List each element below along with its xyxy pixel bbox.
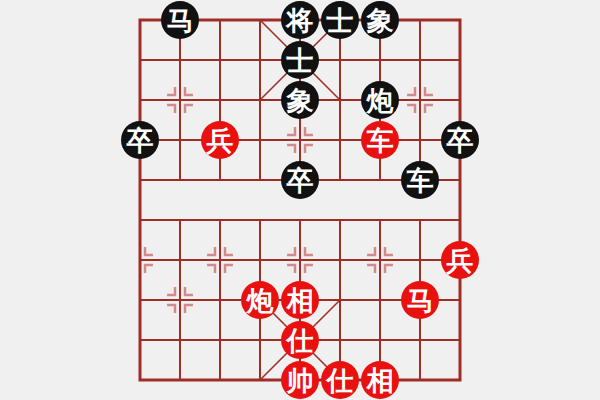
piece-black-elephant[interactable]: 象 [281,81,319,119]
piece-black-horse[interactable]: 马 [161,1,199,39]
piece-black-soldier[interactable]: 卒 [441,121,479,159]
piece-red-advisor[interactable]: 仕 [281,321,319,359]
piece-red-horse[interactable]: 马 [401,281,439,319]
piece-black-advisor[interactable]: 士 [321,1,359,39]
piece-black-elephant[interactable]: 象 [361,1,399,39]
piece-black-cannon[interactable]: 炮 [361,81,399,119]
piece-red-advisor[interactable]: 仕 [321,361,359,399]
piece-red-soldier[interactable]: 兵 [201,121,239,159]
piece-red-chariot[interactable]: 车 [361,121,399,159]
xiangqi-app-background: 马将士象士象炮卒兵车卒卒车兵炮相马仕帅仕相 [0,0,600,400]
xiangqi-board: 马将士象士象炮卒兵车卒卒车兵炮相马仕帅仕相 [120,0,480,400]
piece-red-elephant[interactable]: 相 [361,361,399,399]
piece-red-cannon[interactable]: 炮 [241,281,279,319]
piece-red-soldier[interactable]: 兵 [441,241,479,279]
piece-black-soldier[interactable]: 卒 [281,161,319,199]
piece-black-soldier[interactable]: 卒 [121,121,159,159]
piece-red-elephant[interactable]: 相 [281,281,319,319]
piece-black-advisor[interactable]: 士 [281,41,319,79]
piece-black-general[interactable]: 将 [281,1,319,39]
piece-red-general[interactable]: 帅 [281,361,319,399]
piece-black-chariot[interactable]: 车 [401,161,439,199]
